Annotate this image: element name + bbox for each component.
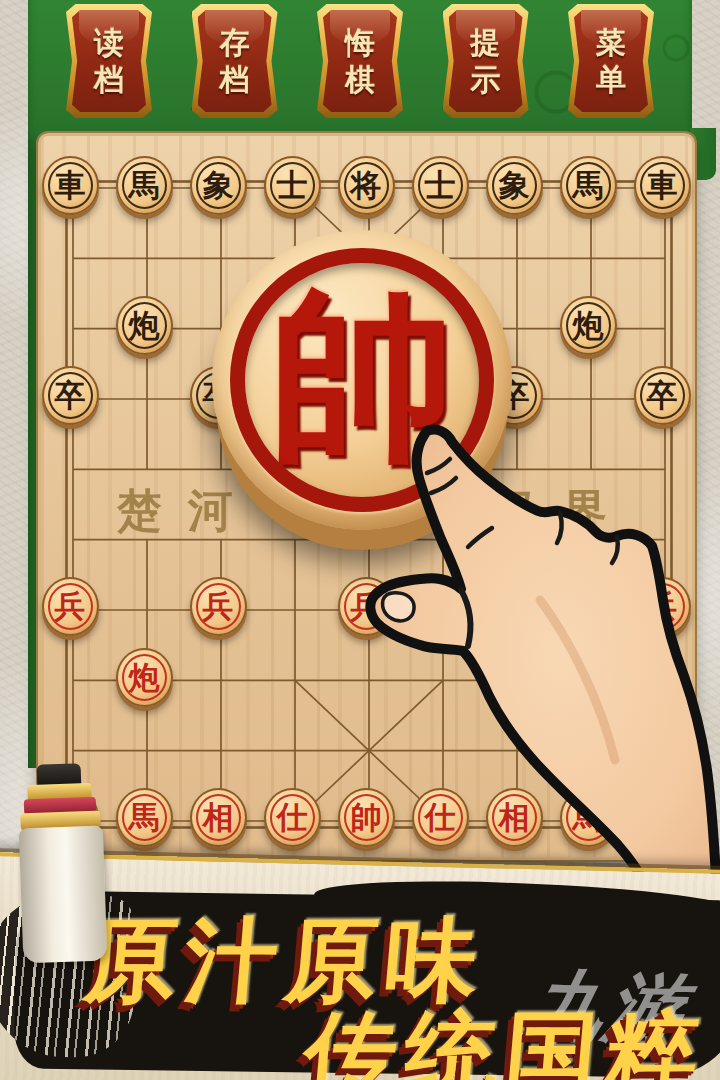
- slogan-line2: 传统国粹: [299, 992, 711, 1080]
- piece-char: 卒: [647, 380, 678, 411]
- piece-red-r10c5[interactable]: 帥: [338, 788, 395, 847]
- piece-char: 帥: [351, 802, 382, 833]
- piece-char: 炮: [573, 662, 604, 693]
- piece-red-r7c9[interactable]: 兵: [634, 577, 691, 636]
- piece-red-r10c7[interactable]: 相: [486, 788, 543, 847]
- piece-black-r3c8[interactable]: 炮: [560, 296, 617, 355]
- piece-black-r1c6[interactable]: 士: [412, 156, 469, 215]
- piece-char: 馬: [573, 170, 604, 201]
- piece-red-r10c2[interactable]: 馬: [116, 788, 173, 847]
- piece-black-r1c5[interactable]: 将: [338, 156, 395, 215]
- piece-red-r10c8[interactable]: 馬: [560, 788, 617, 847]
- piece-char: 将: [351, 170, 382, 201]
- piece-char: 士: [425, 170, 456, 201]
- scroll-rod: [11, 762, 114, 963]
- piece-char: 馬: [129, 802, 160, 833]
- piece-red-r10c6[interactable]: 仕: [412, 788, 469, 847]
- piece-char: 仕: [277, 802, 308, 833]
- piece-char: 士: [277, 170, 308, 201]
- piece-red-r7c7[interactable]: 兵: [486, 577, 543, 636]
- piece-black-r4c9[interactable]: 卒: [634, 366, 691, 425]
- piece-red-r10c4[interactable]: 仕: [264, 788, 321, 847]
- piece-black-r1c3[interactable]: 象: [190, 156, 247, 215]
- piece-red-r7c5[interactable]: 兵: [338, 577, 395, 636]
- piece-red-r7c1[interactable]: 兵: [42, 577, 99, 636]
- piece-black-r3c2[interactable]: 炮: [116, 296, 173, 355]
- piece-red-r8c8[interactable]: 炮: [560, 648, 617, 707]
- piece-char: 兵: [203, 591, 234, 622]
- scroll-rod-body: [19, 826, 108, 964]
- piece-char: 車: [55, 170, 86, 201]
- piece-char: 兵: [351, 591, 382, 622]
- piece-char: 兵: [55, 591, 86, 622]
- piece-char: 炮: [129, 662, 160, 693]
- piece-char: 相: [499, 802, 530, 833]
- piece-black-r1c8[interactable]: 馬: [560, 156, 617, 215]
- piece-char: 車: [647, 170, 678, 201]
- piece-red-r10c3[interactable]: 相: [190, 788, 247, 847]
- piece-black-r1c2[interactable]: 馬: [116, 156, 173, 215]
- piece-char: 仕: [425, 802, 456, 833]
- piece-char: 相: [203, 802, 234, 833]
- piece-char: 兵: [499, 591, 530, 622]
- app-screen: 读档 存档 悔棋 提示 菜单: [0, 0, 720, 1080]
- piece-black-r4c1[interactable]: 卒: [42, 366, 99, 425]
- piece-char: 炮: [573, 310, 604, 341]
- piece-black-r1c4[interactable]: 士: [264, 156, 321, 215]
- big-general-piece[interactable]: 帥: [212, 230, 512, 530]
- piece-black-r1c9[interactable]: 車: [634, 156, 691, 215]
- piece-char: 馬: [129, 170, 160, 201]
- piece-red-r8c2[interactable]: 炮: [116, 648, 173, 707]
- big-general-char: 帥: [270, 284, 455, 469]
- piece-char: 象: [499, 170, 530, 201]
- piece-char: 馬: [573, 802, 604, 833]
- piece-char: 炮: [129, 310, 160, 341]
- piece-black-r1c7[interactable]: 象: [486, 156, 543, 215]
- piece-char: 兵: [647, 591, 678, 622]
- piece-char: 象: [203, 170, 234, 201]
- piece-red-r10c9[interactable]: 車: [634, 788, 691, 847]
- piece-black-r1c1[interactable]: 車: [42, 156, 99, 215]
- piece-char: 卒: [55, 380, 86, 411]
- piece-char: 車: [647, 802, 678, 833]
- piece-red-r7c3[interactable]: 兵: [190, 577, 247, 636]
